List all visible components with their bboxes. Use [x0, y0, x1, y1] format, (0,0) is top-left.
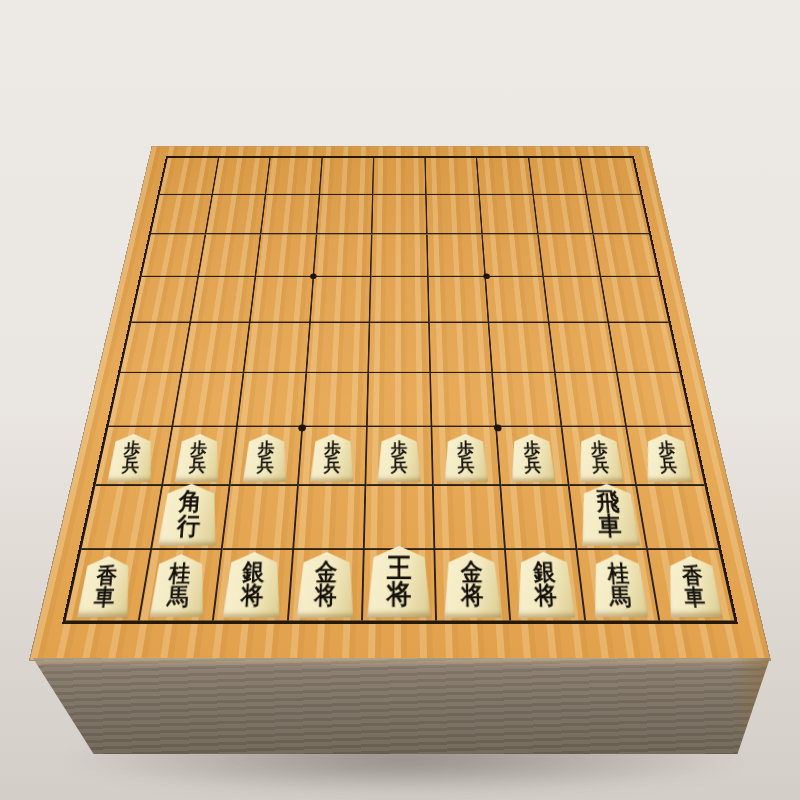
piece-kanji: 将 — [386, 581, 411, 608]
square-4c[interactable]: 歩兵 — [428, 235, 486, 278]
piece-kanji: 将 — [314, 584, 337, 608]
piece-lance-sente[interactable]: 香車 — [665, 556, 723, 617]
square-7b[interactable] — [262, 195, 320, 235]
shogi-board-photo: 香車桂馬銀将金将玉将金将銀将桂馬香車飛車角行歩兵歩兵歩兵歩兵歩兵歩兵歩兵歩兵歩兵… — [0, 0, 800, 800]
piece-pawn-sente[interactable]: 歩兵 — [577, 433, 624, 481]
square-9d[interactable] — [131, 277, 199, 323]
piece-kanji: 桂 — [607, 563, 630, 586]
square-5d[interactable]: 歩兵 — [370, 277, 430, 323]
board-front-face — [30, 658, 770, 754]
piece-kanji: 兵 — [458, 457, 475, 474]
square-6f[interactable] — [303, 373, 369, 427]
square-9c[interactable]: 歩兵 — [141, 235, 206, 278]
square-5i[interactable]: 王将 — [363, 550, 437, 621]
piece-kanji: 王 — [387, 555, 412, 581]
piece-silver-sente[interactable]: 銀将 — [222, 552, 282, 618]
piece-gold-sente[interactable]: 金将 — [444, 552, 502, 618]
piece-kanji: 兵 — [591, 457, 609, 474]
square-6i[interactable]: 金将 — [289, 550, 365, 621]
piece-silver-sente[interactable]: 銀将 — [516, 552, 576, 618]
square-4d[interactable] — [429, 277, 490, 323]
piece-knight-sente[interactable]: 桂馬 — [590, 555, 648, 618]
square-5f[interactable] — [368, 373, 433, 427]
piece-kanji: 兵 — [525, 457, 543, 474]
square-7d[interactable] — [251, 277, 314, 323]
square-8d[interactable] — [191, 277, 256, 323]
piece-kanji: 歩 — [524, 440, 541, 457]
square-8e[interactable] — [182, 323, 250, 373]
piece-kanji: 角 — [178, 490, 203, 514]
square-7i[interactable]: 銀将 — [214, 550, 293, 621]
piece-king-sente[interactable]: 王将 — [367, 546, 431, 618]
square-5b[interactable] — [372, 195, 427, 235]
piece-kanji: 兵 — [323, 457, 340, 474]
square-4h[interactable] — [434, 486, 506, 550]
square-9f[interactable] — [108, 373, 182, 427]
piece-lance-sente[interactable]: 香車 — [77, 556, 133, 617]
square-3a[interactable]: 銀将 — [477, 158, 533, 195]
piece-kanji: 兵 — [391, 457, 408, 474]
piece-kanji: 馬 — [608, 586, 631, 609]
square-9a[interactable]: 香車 — [160, 158, 220, 195]
piece-kanji: 兵 — [189, 457, 207, 474]
square-7h[interactable] — [223, 486, 299, 550]
piece-kanji: 金 — [315, 561, 338, 585]
square-2h[interactable]: 飛車 — [569, 486, 648, 550]
square-8f[interactable] — [173, 373, 244, 427]
square-1h[interactable] — [637, 486, 719, 550]
square-8b[interactable]: 飛車 — [206, 195, 266, 235]
square-1d[interactable] — [601, 277, 669, 323]
piece-kanji: 桂 — [169, 563, 192, 586]
square-2c[interactable]: 歩兵 — [538, 235, 601, 278]
piece-gold-sente[interactable]: 金将 — [296, 552, 354, 618]
square-5e[interactable] — [369, 323, 431, 373]
square-8h[interactable]: 角行 — [152, 486, 231, 550]
square-8g[interactable]: 歩兵 — [163, 427, 238, 486]
square-1c[interactable]: 歩兵 — [594, 235, 659, 278]
square-3h[interactable] — [502, 486, 578, 550]
square-1g[interactable]: 歩兵 — [627, 427, 705, 486]
piece-kanji: 銀 — [533, 561, 556, 585]
piece-pawn-sente[interactable]: 歩兵 — [108, 433, 156, 481]
square-6g[interactable]: 歩兵 — [298, 427, 367, 486]
piece-pawn-sente[interactable]: 歩兵 — [310, 433, 354, 481]
square-3b[interactable] — [480, 195, 538, 235]
square-9g[interactable]: 歩兵 — [95, 427, 173, 486]
hoshi-dot — [483, 274, 490, 280]
square-5c[interactable]: 歩兵 — [371, 235, 428, 278]
square-9i[interactable]: 香車 — [66, 550, 152, 621]
piece-kanji: 銀 — [241, 561, 264, 585]
square-4e[interactable] — [430, 323, 493, 373]
piece-bishop-sente[interactable]: 角行 — [158, 483, 220, 545]
piece-kanji: 馬 — [167, 586, 190, 609]
square-6b[interactable] — [317, 195, 373, 235]
square-1b[interactable] — [587, 195, 649, 235]
square-2b[interactable]: 角行 — [534, 195, 594, 235]
square-5h[interactable] — [365, 486, 436, 550]
piece-kanji: 将 — [535, 584, 558, 608]
piece-kanji: 金 — [461, 561, 484, 585]
square-5a[interactable]: 玉将 — [373, 158, 426, 195]
square-5g[interactable]: 歩兵 — [366, 427, 434, 486]
square-7a[interactable]: 銀将 — [266, 158, 322, 195]
piece-kanji: 歩 — [123, 440, 141, 457]
hoshi-dot — [494, 424, 502, 431]
piece-kanji: 行 — [176, 514, 201, 538]
piece-pawn-sente[interactable]: 歩兵 — [444, 433, 488, 481]
square-7c[interactable]: 歩兵 — [256, 235, 317, 278]
square-2i[interactable]: 桂馬 — [577, 550, 660, 621]
piece-kanji: 歩 — [590, 440, 608, 457]
piece-kanji: 歩 — [657, 440, 675, 457]
square-8c[interactable]: 歩兵 — [199, 235, 262, 278]
square-6h[interactable] — [294, 486, 366, 550]
square-7f[interactable] — [238, 373, 307, 427]
piece-pawn-sente[interactable]: 歩兵 — [175, 433, 222, 481]
square-9h[interactable] — [81, 486, 163, 550]
piece-kanji: 将 — [240, 584, 263, 608]
square-2d[interactable] — [544, 277, 609, 323]
square-8i[interactable]: 桂馬 — [140, 550, 223, 621]
square-3d[interactable] — [486, 277, 549, 323]
piece-knight-sente[interactable]: 桂馬 — [150, 555, 208, 618]
piece-pawn-sente[interactable]: 歩兵 — [377, 433, 420, 481]
piece-pawn-sente[interactable]: 歩兵 — [643, 433, 692, 481]
square-3i[interactable]: 銀将 — [506, 550, 585, 621]
square-9b[interactable] — [151, 195, 213, 235]
square-1a[interactable]: 香車 — [581, 158, 641, 195]
piece-pawn-sente[interactable]: 歩兵 — [242, 433, 287, 481]
square-2g[interactable]: 歩兵 — [562, 427, 637, 486]
square-2a[interactable]: 桂馬 — [529, 158, 587, 195]
piece-kanji: 車 — [93, 586, 116, 608]
piece-kanji: 歩 — [257, 440, 274, 457]
piece-kanji: 車 — [683, 586, 706, 608]
square-4i[interactable]: 金将 — [435, 550, 511, 621]
piece-rook-sente[interactable]: 飛車 — [578, 483, 640, 545]
board-grid: 香車桂馬銀将金将玉将金将銀将桂馬香車飛車角行歩兵歩兵歩兵歩兵歩兵歩兵歩兵歩兵歩兵… — [62, 156, 738, 623]
piece-kanji: 兵 — [256, 457, 274, 474]
square-7e[interactable] — [245, 323, 311, 373]
piece-kanji: 香 — [96, 565, 118, 587]
square-7g[interactable]: 歩兵 — [231, 427, 303, 486]
square-6e[interactable] — [307, 323, 370, 373]
square-3g[interactable]: 歩兵 — [497, 427, 569, 486]
square-2f[interactable] — [555, 373, 626, 427]
piece-kanji: 兵 — [659, 457, 677, 474]
shogi-board-top: 香車桂馬銀将金将玉将金将銀将桂馬香車飛車角行歩兵歩兵歩兵歩兵歩兵歩兵歩兵歩兵歩兵… — [30, 146, 770, 660]
square-4g[interactable]: 歩兵 — [432, 427, 501, 486]
square-4f[interactable] — [431, 373, 497, 427]
square-4b[interactable] — [427, 195, 483, 235]
square-1i[interactable]: 香車 — [648, 550, 734, 621]
square-4a[interactable]: 金将 — [426, 158, 480, 195]
piece-kanji: 歩 — [391, 440, 408, 457]
piece-kanji: 将 — [461, 584, 484, 608]
piece-kanji: 歩 — [324, 440, 341, 457]
piece-kanji: 兵 — [122, 457, 140, 474]
square-3f[interactable] — [493, 373, 562, 427]
piece-kanji: 香 — [681, 565, 703, 587]
square-6d[interactable] — [310, 277, 371, 323]
square-6c[interactable]: 歩兵 — [314, 235, 373, 278]
square-2e[interactable] — [549, 323, 617, 373]
square-8a[interactable]: 桂馬 — [213, 158, 271, 195]
square-6a[interactable]: 金将 — [320, 158, 374, 195]
square-3e[interactable] — [490, 323, 556, 373]
piece-kanji: 飛 — [595, 490, 620, 514]
piece-pawn-sente[interactable]: 歩兵 — [510, 433, 555, 481]
square-1e[interactable] — [609, 323, 680, 373]
square-9e[interactable] — [120, 323, 191, 373]
square-3c[interactable]: 歩兵 — [483, 235, 544, 278]
piece-kanji: 歩 — [457, 440, 474, 457]
square-1f[interactable] — [618, 373, 692, 427]
piece-kanji: 歩 — [190, 440, 208, 457]
piece-kanji: 車 — [597, 514, 622, 538]
